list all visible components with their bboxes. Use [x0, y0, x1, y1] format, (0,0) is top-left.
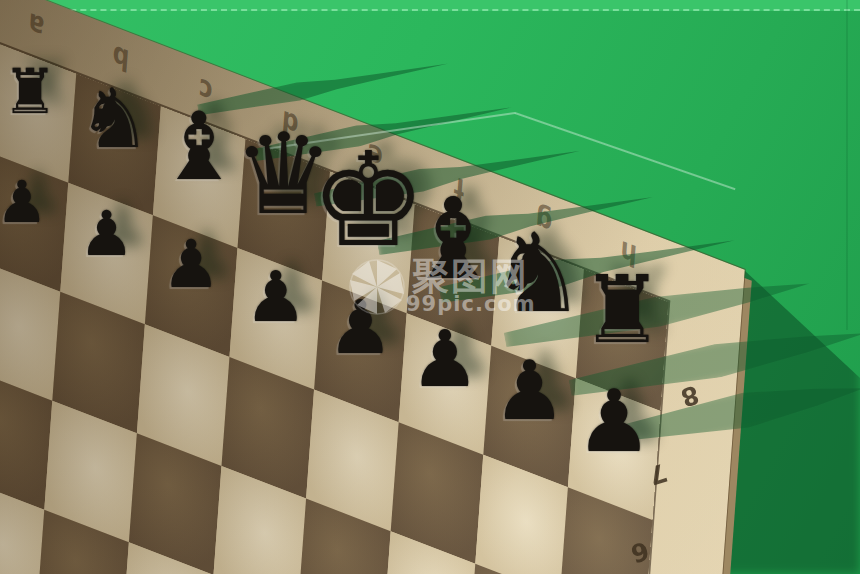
- piece-black-rook-h8: ♜: [580, 264, 663, 357]
- piece-black-pawn-h7: ♟: [576, 379, 653, 465]
- piece-black-pawn-b7: ♟: [79, 203, 135, 265]
- piece-black-knight-g8: ♞: [489, 218, 587, 327]
- piece-black-pawn-d7: ♟: [244, 261, 307, 331]
- chess-photo-scene: abcdefgh 876 ♜♞♝♛♚♝♞♜♟♟♟♟♟♟♟♟ 聚图网 99pic.…: [0, 0, 860, 574]
- piece-black-pawn-f7: ♟: [410, 320, 480, 398]
- vertical-seam-line: [846, 0, 848, 330]
- piece-black-pawn-a7: ♟: [0, 173, 48, 231]
- piece-black-rook-a8: ♜: [2, 61, 58, 123]
- piece-black-pawn-c7: ♟: [162, 232, 221, 298]
- piece-black-pawn-e7: ♟: [327, 291, 393, 365]
- piece-black-knight-b8: ♞: [78, 77, 152, 159]
- file-letter-a: a: [27, 6, 45, 46]
- background-seam-strip: [0, 0, 860, 11]
- piece-black-bishop-c8: ♝: [157, 100, 241, 194]
- piece-black-pawn-g7: ♟: [493, 349, 567, 431]
